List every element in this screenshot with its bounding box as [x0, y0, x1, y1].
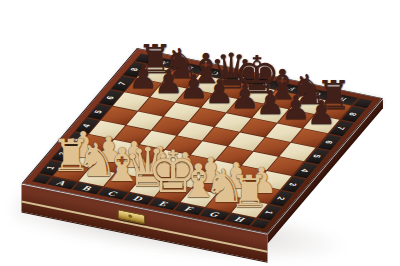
coord-number-left-5-label: 5	[93, 109, 105, 114]
coord-number-right-2-label: 2	[276, 196, 288, 201]
coord-number-left-1-label: 1	[45, 165, 57, 170]
coord-letter-far-f-label: F	[287, 85, 296, 91]
coord-number-right-5-label: 5	[311, 154, 323, 159]
coord-letter-far-e-label: E	[262, 80, 271, 86]
coord-number-left-8-label: 8	[129, 67, 141, 72]
coord-letter-near-h-label: H	[233, 215, 247, 223]
coord-number-right-8-label: 8	[347, 112, 359, 117]
coord-number-left-7-label: 7	[117, 81, 129, 86]
corner-tile-h1	[251, 219, 270, 229]
coord-letter-near-b-label: B	[81, 184, 94, 192]
coord-number-right-1-label: 1	[264, 210, 276, 215]
coord-letter-near-f-label: F	[183, 205, 196, 213]
coord-letter-far-b-label: B	[185, 65, 194, 71]
chess-set-photo: ABCDEFGH8877665544332211ABCDEFGH ♜♞♝♛♚♝♞…	[0, 0, 400, 266]
coord-number-left-6-label: 6	[105, 95, 117, 100]
coord-letter-near-d-label: D	[132, 194, 145, 202]
coord-letter-near-c-label: C	[106, 189, 119, 197]
coord-number-right-6-label: 6	[323, 140, 335, 145]
coord-number-left-4-label: 4	[81, 123, 93, 128]
coord-letter-near-e-label: E	[157, 200, 170, 208]
coord-number-right-7-label: 7	[335, 126, 347, 131]
coord-number-left-2-label: 2	[57, 151, 69, 156]
coord-number-left-3-label: 3	[69, 137, 81, 142]
coord-number-right-4-label: 4	[299, 168, 311, 173]
coord-letter-far-g-label: G	[312, 91, 322, 97]
coord-letter-far-h-label: H	[338, 96, 348, 102]
coord-number-right-3-label: 3	[288, 182, 300, 187]
coord-letter-far-d-label: D	[236, 75, 246, 81]
coord-letter-far-c-label: C	[211, 70, 220, 76]
coord-letter-far-a-label: A	[160, 59, 169, 65]
coord-letter-near-a-label: A	[55, 179, 68, 187]
coord-letter-near-g-label: G	[208, 210, 221, 218]
